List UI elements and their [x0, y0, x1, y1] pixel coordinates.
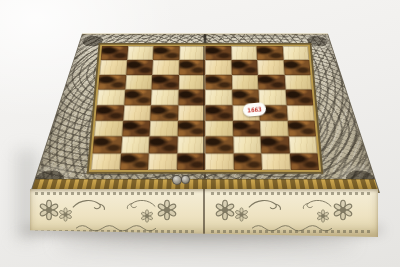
scroll-icon: [72, 197, 106, 211]
square-h5: [285, 90, 313, 105]
square-f6: [231, 75, 258, 90]
square-d8: [179, 46, 205, 60]
square-b5: [124, 90, 152, 105]
square-d6: [178, 75, 205, 90]
square-b7: [126, 60, 153, 75]
square-h1: [289, 153, 319, 170]
square-g7: [257, 60, 284, 75]
flower-icon: [214, 199, 236, 221]
square-a1: [91, 153, 121, 170]
scroll-icon: [302, 197, 332, 210]
flower-icon: [140, 209, 154, 223]
square-g6: [258, 75, 285, 90]
garland-icon: [252, 223, 332, 232]
square-b8: [127, 46, 154, 60]
square-e5: [205, 90, 232, 105]
front-panel-right: [206, 189, 378, 237]
box-shadow-soft: [55, 236, 355, 250]
square-b1: [120, 153, 149, 170]
square-b2: [121, 137, 150, 153]
chessboard-surface: [91, 46, 319, 170]
garland-icon: [76, 223, 156, 232]
square-g8: [257, 46, 284, 60]
flower-icon: [316, 209, 330, 223]
square-a6: [98, 75, 126, 90]
square-c2: [149, 137, 177, 153]
square-c1: [148, 153, 177, 170]
square-h3: [287, 121, 316, 137]
square-a2: [92, 137, 121, 153]
square-f3: [232, 121, 260, 137]
square-f8: [231, 46, 257, 60]
flower-icon: [332, 199, 354, 221]
square-e7: [205, 60, 231, 75]
square-f7: [231, 60, 258, 75]
clasp-stud-right: [181, 175, 190, 184]
square-c5: [151, 90, 178, 105]
square-f2: [233, 137, 261, 153]
square-h2: [288, 137, 317, 153]
square-b4: [123, 105, 151, 121]
square-e6: [205, 75, 232, 90]
square-e3: [205, 121, 233, 137]
square-h8: [282, 46, 309, 60]
square-f1: [233, 153, 262, 170]
flower-icon: [38, 199, 60, 221]
square-d2: [177, 137, 205, 153]
front-panel-left: [30, 189, 202, 237]
square-e1: [205, 153, 234, 170]
square-a3: [94, 121, 123, 137]
square-e4: [205, 105, 232, 121]
square-d4: [178, 105, 205, 121]
square-b3: [122, 121, 150, 137]
box-front-face: [30, 189, 378, 237]
scroll-icon: [126, 197, 156, 210]
flower-icon: [234, 207, 249, 222]
photo-background: 1663: [0, 0, 400, 267]
square-d1: [177, 153, 206, 170]
square-d5: [178, 90, 205, 105]
front-hinge-split: [203, 189, 205, 237]
square-a8: [101, 46, 128, 60]
square-b6: [125, 75, 152, 90]
square-e8: [205, 46, 231, 60]
flower-icon: [58, 207, 73, 222]
square-a5: [97, 90, 125, 105]
square-c8: [153, 46, 179, 60]
square-h7: [283, 60, 310, 75]
square-a4: [95, 105, 123, 121]
square-d7: [179, 60, 205, 75]
scroll-icon: [248, 197, 282, 211]
square-c7: [152, 60, 179, 75]
square-c4: [150, 105, 178, 121]
board-fold-line: [203, 46, 206, 170]
square-g1: [261, 153, 290, 170]
square-h6: [284, 75, 312, 90]
flower-icon: [156, 199, 178, 221]
square-c6: [152, 75, 179, 90]
square-e2: [205, 137, 233, 153]
square-g3: [260, 121, 288, 137]
lot-number: 1663: [247, 106, 262, 113]
square-g2: [261, 137, 290, 153]
square-c3: [149, 121, 177, 137]
square-a7: [99, 60, 126, 75]
square-h4: [286, 105, 314, 121]
square-d3: [177, 121, 205, 137]
